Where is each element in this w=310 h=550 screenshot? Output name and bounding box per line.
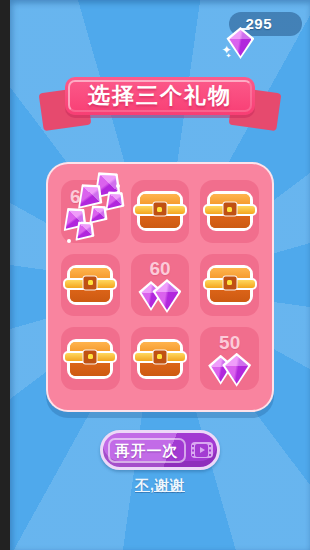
gem-amount-label: 60 [149,259,170,278]
chest-icon [207,265,253,305]
decline-link[interactable]: 不,谢谢 [135,477,185,493]
chest-icon [67,265,113,305]
chest-icon [137,191,183,231]
gift-grid: 656050 [46,162,274,412]
gem-amount-label: 50 [219,333,240,352]
gem-diamond-icon: ✦ ✦ [229,30,251,56]
game-screen: 295 ✦ ✦ 选择三个礼物 656050 再开一次 不,谢谢 [10,0,310,550]
retry-button[interactable]: 再开一次 [100,430,220,470]
grid-cell-chest[interactable] [200,254,259,317]
gem-cluster-icon [61,180,120,243]
grid-cell-chest[interactable] [131,327,190,390]
grid-cell-gems-revealed[interactable]: 65 [61,180,120,243]
chest-icon [137,339,183,379]
grid-cell-chest[interactable] [131,180,190,243]
chest-icon [207,191,253,231]
chest-icon [67,339,113,379]
banner-title: 选择三个礼物 [65,77,255,115]
retry-label: 再开一次 [108,438,186,463]
banner-bar: 选择三个礼物 [65,77,255,115]
decline-row: 不,谢谢 [10,476,310,495]
grid-cell-gems-revealed[interactable]: 50 [200,327,259,390]
grid-cell-chest[interactable] [200,180,259,243]
gem-pair-icon [141,281,178,311]
gem-counter[interactable]: 295 ✦ ✦ [229,12,302,36]
grid-cell-gems-revealed[interactable]: 60 [131,254,190,317]
grid-cell-chest[interactable] [61,254,120,317]
gem-pair-icon [211,355,248,385]
video-ad-icon [191,442,213,458]
title-banner: 选择三个礼物 [10,77,310,133]
grid-cell-chest[interactable] [61,327,120,390]
sparkle-small-icon: ✦ [225,52,231,59]
